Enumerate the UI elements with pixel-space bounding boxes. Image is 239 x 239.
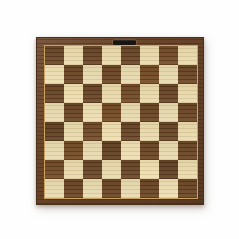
square-e6[interactable] — [121, 84, 140, 103]
square-b5[interactable] — [64, 103, 83, 122]
square-h1[interactable] — [178, 179, 197, 198]
square-c2[interactable] — [83, 160, 102, 179]
square-d4[interactable] — [102, 122, 121, 141]
square-d3[interactable] — [102, 141, 121, 160]
square-a7[interactable] — [45, 65, 64, 84]
square-g4[interactable] — [159, 122, 178, 141]
square-f5[interactable] — [140, 103, 159, 122]
square-d1[interactable] — [102, 179, 121, 198]
square-f1[interactable] — [140, 179, 159, 198]
square-e5[interactable] — [121, 103, 140, 122]
square-f8[interactable] — [140, 46, 159, 65]
square-c5[interactable] — [83, 103, 102, 122]
square-h3[interactable] — [178, 141, 197, 160]
square-c6[interactable] — [83, 84, 102, 103]
square-d7[interactable] — [102, 65, 121, 84]
square-b3[interactable] — [64, 141, 83, 160]
square-a8[interactable] — [45, 46, 64, 65]
chess-board — [36, 37, 204, 205]
square-h7[interactable] — [178, 65, 197, 84]
board-squares — [44, 45, 198, 199]
square-d6[interactable] — [102, 84, 121, 103]
square-h4[interactable] — [178, 122, 197, 141]
brand-plaque — [113, 40, 136, 45]
square-g8[interactable] — [159, 46, 178, 65]
square-d8[interactable] — [102, 46, 121, 65]
square-g3[interactable] — [159, 141, 178, 160]
square-e3[interactable] — [121, 141, 140, 160]
square-c8[interactable] — [83, 46, 102, 65]
photo-backdrop — [0, 0, 239, 239]
square-b6[interactable] — [64, 84, 83, 103]
square-f2[interactable] — [140, 160, 159, 179]
square-c3[interactable] — [83, 141, 102, 160]
square-e2[interactable] — [121, 160, 140, 179]
square-h2[interactable] — [178, 160, 197, 179]
square-a6[interactable] — [45, 84, 64, 103]
square-a1[interactable] — [45, 179, 64, 198]
square-f6[interactable] — [140, 84, 159, 103]
square-a2[interactable] — [45, 160, 64, 179]
square-a3[interactable] — [45, 141, 64, 160]
square-g6[interactable] — [159, 84, 178, 103]
square-a4[interactable] — [45, 122, 64, 141]
square-f4[interactable] — [140, 122, 159, 141]
square-b2[interactable] — [64, 160, 83, 179]
square-h6[interactable] — [178, 84, 197, 103]
square-b4[interactable] — [64, 122, 83, 141]
square-f3[interactable] — [140, 141, 159, 160]
square-g2[interactable] — [159, 160, 178, 179]
square-h5[interactable] — [178, 103, 197, 122]
square-g5[interactable] — [159, 103, 178, 122]
square-b1[interactable] — [64, 179, 83, 198]
square-b8[interactable] — [64, 46, 83, 65]
square-h8[interactable] — [178, 46, 197, 65]
square-e1[interactable] — [121, 179, 140, 198]
square-e7[interactable] — [121, 65, 140, 84]
square-d2[interactable] — [102, 160, 121, 179]
square-d5[interactable] — [102, 103, 121, 122]
square-e4[interactable] — [121, 122, 140, 141]
square-f7[interactable] — [140, 65, 159, 84]
square-c4[interactable] — [83, 122, 102, 141]
square-g1[interactable] — [159, 179, 178, 198]
square-c7[interactable] — [83, 65, 102, 84]
square-a5[interactable] — [45, 103, 64, 122]
square-g7[interactable] — [159, 65, 178, 84]
square-b7[interactable] — [64, 65, 83, 84]
square-c1[interactable] — [83, 179, 102, 198]
square-e8[interactable] — [121, 46, 140, 65]
